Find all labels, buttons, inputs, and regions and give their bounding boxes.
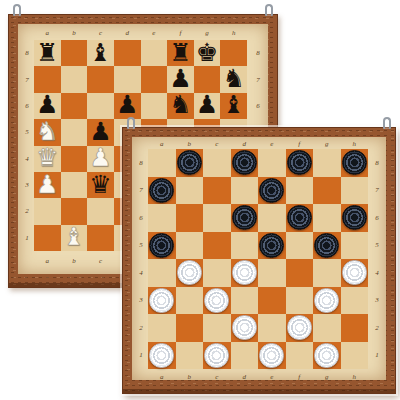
draughts-file-label: e	[258, 369, 286, 385]
chess-square-h6[interactable]: ♝	[220, 93, 247, 119]
draughts-rank-label: 8	[368, 149, 386, 177]
draughts-squares-grid	[148, 149, 368, 369]
draughts-square-g8[interactable]	[313, 149, 341, 177]
draughts-square-h3[interactable]	[341, 287, 369, 315]
draughts-square-f2[interactable]	[286, 314, 314, 342]
draughts-square-f3[interactable]	[286, 287, 314, 315]
chess-piece-black-king-g8[interactable]: ♚	[196, 40, 218, 65]
checker-white-man-d4[interactable]	[232, 260, 257, 285]
draughts-demo-board: abcdefgh abcdefgh 87654321 87654321	[122, 127, 396, 394]
draughts-file-label: h	[341, 138, 369, 149]
checker-white-man-a3[interactable]	[149, 288, 174, 313]
chess-square-c8[interactable]: ♝	[87, 40, 114, 66]
draughts-file-label: d	[231, 369, 259, 385]
chess-square-a8[interactable]: ♜	[34, 40, 61, 66]
draughts-square-h7[interactable]	[341, 177, 369, 205]
chess-rank-labels-left: 87654321	[20, 40, 34, 251]
draughts-square-f4[interactable]	[286, 259, 314, 287]
draughts-square-h1[interactable]	[341, 342, 369, 370]
checker-black-man-h6[interactable]	[342, 205, 367, 230]
draughts-square-h6[interactable]	[341, 204, 369, 232]
chess-square-b1[interactable]: ♝	[61, 225, 88, 251]
draughts-rank-labels-left: 87654321	[134, 149, 148, 369]
draughts-file-label: b	[176, 369, 204, 385]
checker-black-man-f6[interactable]	[287, 205, 312, 230]
draughts-rank-label: 5	[368, 232, 386, 260]
chess-rank-label: 1	[20, 225, 34, 251]
draughts-square-e5[interactable]	[258, 232, 286, 260]
chess-square-b8[interactable]	[61, 40, 88, 66]
draughts-square-g2[interactable]	[313, 314, 341, 342]
chess-square-c5[interactable]: ♟	[87, 119, 114, 145]
chess-square-d6[interactable]: ♟	[114, 93, 141, 119]
draughts-square-c1[interactable]	[203, 342, 231, 370]
draughts-square-e1[interactable]	[258, 342, 286, 370]
draughts-file-label: g	[313, 369, 341, 385]
draughts-square-d6[interactable]	[231, 204, 259, 232]
chess-square-h8[interactable]	[220, 40, 247, 66]
chess-square-a5[interactable]: ♞	[34, 119, 61, 145]
draughts-rank-label: 2	[368, 314, 386, 342]
chess-square-d8[interactable]	[114, 40, 141, 66]
draughts-square-c8[interactable]	[203, 149, 231, 177]
chess-piece-black-rook-f8[interactable]: ♜	[169, 40, 191, 65]
draughts-square-g6[interactable]	[313, 204, 341, 232]
draughts-file-label: d	[231, 138, 259, 149]
chess-square-b5[interactable]	[61, 119, 88, 145]
chess-rank-label: 4	[20, 146, 34, 172]
draughts-square-d3[interactable]	[231, 287, 259, 315]
hanging-hook-icon	[13, 4, 21, 16]
draughts-square-c2[interactable]	[203, 314, 231, 342]
chess-square-b4[interactable]	[61, 146, 88, 172]
draughts-file-label: h	[341, 369, 369, 385]
checker-black-man-e7[interactable]	[259, 178, 284, 203]
draughts-square-a4[interactable]	[148, 259, 176, 287]
chess-square-a6[interactable]: ♟	[34, 93, 61, 119]
draughts-square-g3[interactable]	[313, 287, 341, 315]
chess-piece-black-rook-a8[interactable]: ♜	[36, 40, 58, 65]
draughts-square-d8[interactable]	[231, 149, 259, 177]
chess-piece-black-pawn-c5[interactable]: ♟	[89, 119, 111, 144]
chess-square-b2[interactable]	[61, 198, 88, 224]
chess-square-e6[interactable]	[141, 93, 168, 119]
draughts-rank-label: 1	[134, 342, 148, 370]
draughts-file-label: f	[286, 138, 314, 149]
chess-piece-black-knight-h7[interactable]: ♞	[222, 66, 244, 91]
chess-square-h7[interactable]: ♞	[220, 66, 247, 92]
draughts-square-a3[interactable]	[148, 287, 176, 315]
draughts-rank-label: 2	[134, 314, 148, 342]
chess-square-b7[interactable]	[61, 66, 88, 92]
chess-rank-label: 6	[20, 93, 34, 119]
chess-rank-label: 5	[20, 119, 34, 145]
chess-file-label: c	[87, 251, 114, 271]
checker-black-man-a5[interactable]	[149, 233, 174, 258]
draughts-square-b6[interactable]	[176, 204, 204, 232]
draughts-square-h2[interactable]	[341, 314, 369, 342]
chess-rank-label: 2	[20, 198, 34, 224]
checker-white-man-b4[interactable]	[177, 260, 202, 285]
chess-rank-label: 7	[247, 66, 269, 92]
checker-black-man-a7[interactable]	[149, 178, 174, 203]
draughts-rank-label: 8	[134, 149, 148, 177]
draughts-rank-label: 3	[368, 287, 386, 315]
chess-square-g8[interactable]: ♚	[194, 40, 221, 66]
chess-square-a7[interactable]	[34, 66, 61, 92]
chess-square-c7[interactable]	[87, 66, 114, 92]
draughts-square-g4[interactable]	[313, 259, 341, 287]
checker-white-man-f2[interactable]	[287, 315, 312, 340]
hanging-hook-icon	[265, 4, 273, 16]
checker-white-man-d2[interactable]	[232, 315, 257, 340]
draughts-square-e4[interactable]	[258, 259, 286, 287]
draughts-file-label: a	[148, 369, 176, 385]
chess-file-label: h	[220, 26, 247, 40]
chess-file-label: b	[61, 251, 88, 271]
draughts-square-f1[interactable]	[286, 342, 314, 370]
draughts-square-h4[interactable]	[341, 259, 369, 287]
draughts-board-margin: abcdefgh abcdefgh 87654321 87654321	[132, 137, 386, 380]
checker-black-man-b8[interactable]	[177, 150, 202, 175]
chess-square-e7[interactable]	[141, 66, 168, 92]
chess-square-c6[interactable]	[87, 93, 114, 119]
draughts-square-h8[interactable]	[341, 149, 369, 177]
draughts-square-c7[interactable]	[203, 177, 231, 205]
checker-black-man-d6[interactable]	[232, 205, 257, 230]
draughts-rank-label: 4	[368, 259, 386, 287]
hanging-hook-icon	[127, 117, 135, 129]
draughts-rank-label: 4	[134, 259, 148, 287]
chess-piece-black-pawn-f7[interactable]: ♟	[169, 66, 191, 91]
chess-rank-label: 6	[247, 93, 269, 119]
chess-square-c3[interactable]: ♛	[87, 172, 114, 198]
draughts-square-d5[interactable]	[231, 232, 259, 260]
draughts-square-f8[interactable]	[286, 149, 314, 177]
checker-white-man-e1[interactable]	[259, 343, 284, 368]
checker-black-man-f8[interactable]	[287, 150, 312, 175]
chess-square-d7[interactable]	[114, 66, 141, 92]
chess-piece-white-pawn-c4[interactable]: ♟	[89, 145, 111, 170]
chess-rank-label: 8	[247, 40, 269, 66]
draughts-rank-label: 6	[368, 204, 386, 232]
draughts-square-b1[interactable]	[176, 342, 204, 370]
chess-square-f7[interactable]: ♟	[167, 66, 194, 92]
chess-rank-label: 3	[20, 172, 34, 198]
draughts-rank-label: 3	[134, 287, 148, 315]
draughts-square-g5[interactable]	[313, 232, 341, 260]
draughts-rank-labels-right: 87654321	[368, 149, 386, 369]
checker-black-man-d8[interactable]	[232, 150, 257, 175]
draughts-file-label: c	[203, 138, 231, 149]
draughts-square-f5[interactable]	[286, 232, 314, 260]
checker-black-man-e5[interactable]	[259, 233, 284, 258]
checker-white-man-h4[interactable]	[342, 260, 367, 285]
checker-black-man-h8[interactable]	[342, 150, 367, 175]
chess-square-c2[interactable]	[87, 198, 114, 224]
chess-square-c4[interactable]: ♟	[87, 146, 114, 172]
draughts-square-g1[interactable]	[313, 342, 341, 370]
checker-white-man-g1[interactable]	[314, 343, 339, 368]
draughts-file-label: g	[313, 138, 341, 149]
draughts-square-b2[interactable]	[176, 314, 204, 342]
checker-white-man-g3[interactable]	[314, 288, 339, 313]
draughts-square-b7[interactable]	[176, 177, 204, 205]
chess-file-label: d	[114, 26, 141, 40]
chess-piece-white-pawn-a3[interactable]: ♟	[36, 172, 58, 197]
draughts-file-label: b	[176, 138, 204, 149]
draughts-rank-label: 6	[134, 204, 148, 232]
checker-white-man-c1[interactable]	[204, 343, 229, 368]
draughts-square-d4[interactable]	[231, 259, 259, 287]
draughts-file-label: a	[148, 138, 176, 149]
chess-square-f8[interactable]: ♜	[167, 40, 194, 66]
draughts-square-h5[interactable]	[341, 232, 369, 260]
chess-file-label: e	[141, 26, 168, 40]
chess-square-g7[interactable]	[194, 66, 221, 92]
chess-square-g6[interactable]: ♟	[194, 93, 221, 119]
draughts-square-g7[interactable]	[313, 177, 341, 205]
checker-white-man-c3[interactable]	[204, 288, 229, 313]
chess-square-a4[interactable]: ♛	[34, 146, 61, 172]
draughts-file-label: f	[286, 369, 314, 385]
chess-piece-black-bishop-h6[interactable]: ♝	[222, 92, 244, 117]
chess-file-label: b	[61, 26, 88, 40]
draughts-square-f7[interactable]	[286, 177, 314, 205]
draughts-file-labels-top: abcdefgh	[148, 138, 368, 149]
checker-white-man-a1[interactable]	[149, 343, 174, 368]
draughts-square-d7[interactable]	[231, 177, 259, 205]
draughts-square-a2[interactable]	[148, 314, 176, 342]
chess-piece-black-pawn-a6[interactable]: ♟	[36, 92, 58, 117]
draughts-square-e2[interactable]	[258, 314, 286, 342]
draughts-square-c4[interactable]	[203, 259, 231, 287]
draughts-square-e7[interactable]	[258, 177, 286, 205]
chess-square-b3[interactable]	[61, 172, 88, 198]
chess-piece-white-bishop-b1[interactable]: ♝	[63, 224, 85, 249]
chess-square-f6[interactable]: ♞	[167, 93, 194, 119]
chess-rank-label: 7	[20, 66, 34, 92]
draughts-file-labels-bottom: abcdefgh	[148, 369, 368, 385]
draughts-square-a6[interactable]	[148, 204, 176, 232]
draughts-square-f6[interactable]	[286, 204, 314, 232]
draughts-rank-label: 1	[368, 342, 386, 370]
draughts-square-c6[interactable]	[203, 204, 231, 232]
chess-square-e8[interactable]	[141, 40, 168, 66]
draughts-square-a1[interactable]	[148, 342, 176, 370]
draughts-file-label: c	[203, 369, 231, 385]
chess-piece-black-pawn-d6[interactable]: ♟	[116, 92, 138, 117]
chess-square-a2[interactable]	[34, 198, 61, 224]
checker-black-man-g5[interactable]	[314, 233, 339, 258]
chess-square-b6[interactable]	[61, 93, 88, 119]
chess-piece-black-bishop-c8[interactable]: ♝	[89, 40, 111, 65]
draughts-square-c5[interactable]	[203, 232, 231, 260]
draughts-square-e3[interactable]	[258, 287, 286, 315]
draughts-square-a7[interactable]	[148, 177, 176, 205]
chess-piece-white-knight-a5[interactable]: ♞	[36, 119, 58, 144]
draughts-square-b8[interactable]	[176, 149, 204, 177]
draughts-square-b3[interactable]	[176, 287, 204, 315]
draughts-rank-label: 5	[134, 232, 148, 260]
draughts-file-label: e	[258, 138, 286, 149]
draughts-square-e6[interactable]	[258, 204, 286, 232]
chess-piece-black-queen-c3[interactable]: ♛	[89, 172, 111, 197]
draughts-square-b4[interactable]	[176, 259, 204, 287]
chess-square-a3[interactable]: ♟	[34, 172, 61, 198]
chess-piece-black-pawn-g6[interactable]: ♟	[196, 92, 218, 117]
draughts-square-d1[interactable]	[231, 342, 259, 370]
chess-piece-black-knight-f6[interactable]: ♞	[169, 92, 191, 117]
draughts-square-e8[interactable]	[258, 149, 286, 177]
chess-rank-label: 8	[20, 40, 34, 66]
draughts-square-d2[interactable]	[231, 314, 259, 342]
draughts-rank-label: 7	[134, 177, 148, 205]
chess-square-c1[interactable]	[87, 225, 114, 251]
chess-file-label: a	[34, 251, 61, 271]
draughts-square-b5[interactable]	[176, 232, 204, 260]
hanging-hook-icon	[383, 117, 391, 129]
draughts-square-a5[interactable]	[148, 232, 176, 260]
draughts-square-a8[interactable]	[148, 149, 176, 177]
draughts-square-c3[interactable]	[203, 287, 231, 315]
chess-piece-white-queen-a4[interactable]: ♛	[36, 145, 58, 170]
chess-square-a1[interactable]	[34, 225, 61, 251]
draughts-rank-label: 7	[368, 177, 386, 205]
